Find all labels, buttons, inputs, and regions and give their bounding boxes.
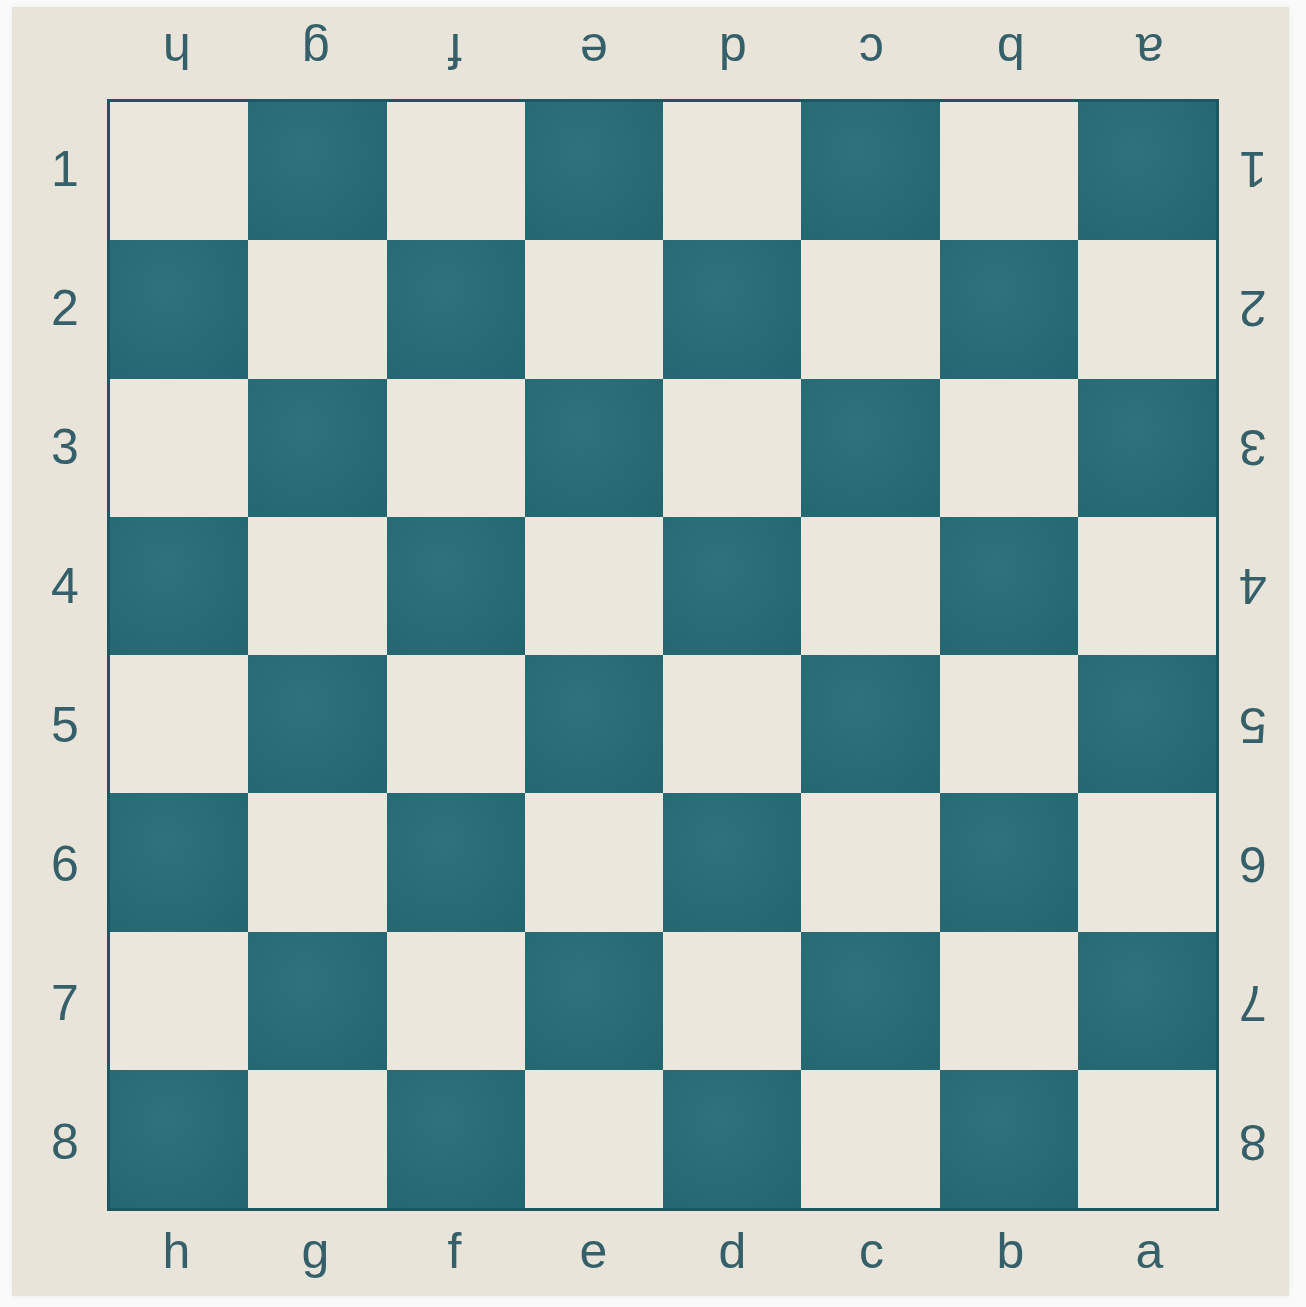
square-f1[interactable] — [387, 102, 525, 240]
file-top-label-g: g — [246, 14, 385, 88]
file-bottom-label-text: h — [163, 1226, 191, 1276]
file-top-label-c: c — [802, 14, 941, 88]
square-h2[interactable] — [110, 240, 248, 378]
rank-left-label-4: 4 — [28, 516, 102, 655]
square-d6[interactable] — [663, 793, 801, 931]
file-bottom-label-text: d — [719, 1226, 747, 1276]
square-e1[interactable] — [525, 102, 663, 240]
file-bottom-label-text: e — [580, 1226, 608, 1276]
square-b6[interactable] — [940, 793, 1078, 931]
file-bottom-label-b: b — [941, 1214, 1080, 1288]
rank-left-label-text: 4 — [51, 561, 79, 611]
file-bottom-label-g: g — [246, 1214, 385, 1288]
file-bottom-label-text: g — [302, 1226, 330, 1276]
square-b7[interactable] — [940, 932, 1078, 1070]
file-labels-bottom: hgfedcba — [107, 1214, 1219, 1288]
square-b8[interactable] — [940, 1070, 1078, 1208]
rank-labels-right: 12345678 — [1216, 99, 1290, 1211]
square-c2[interactable] — [801, 240, 939, 378]
file-bottom-label-h: h — [107, 1214, 246, 1288]
square-h4[interactable] — [110, 517, 248, 655]
square-f4[interactable] — [387, 517, 525, 655]
square-f6[interactable] — [387, 793, 525, 931]
rank-right-label-text: 1 — [1239, 144, 1267, 194]
square-h1[interactable] — [110, 102, 248, 240]
file-top-label-b: b — [941, 14, 1080, 88]
file-bottom-label-c: c — [802, 1214, 941, 1288]
square-b2[interactable] — [940, 240, 1078, 378]
square-e6[interactable] — [525, 793, 663, 931]
square-c7[interactable] — [801, 932, 939, 1070]
rank-right-label-text: 4 — [1239, 561, 1267, 611]
rank-right-label-5: 5 — [1216, 655, 1290, 794]
file-bottom-label-text: f — [448, 1226, 462, 1276]
file-top-label-text: e — [580, 26, 608, 76]
file-top-label-a: a — [1080, 14, 1219, 88]
square-e3[interactable] — [525, 379, 663, 517]
square-f7[interactable] — [387, 932, 525, 1070]
file-top-label-text: b — [997, 26, 1025, 76]
file-top-label-e: e — [524, 14, 663, 88]
square-g2[interactable] — [248, 240, 386, 378]
file-top-label-text: f — [448, 26, 462, 76]
square-b5[interactable] — [940, 655, 1078, 793]
square-d7[interactable] — [663, 932, 801, 1070]
square-c6[interactable] — [801, 793, 939, 931]
square-g8[interactable] — [248, 1070, 386, 1208]
rank-left-label-text: 3 — [51, 422, 79, 472]
file-top-label-text: a — [1136, 26, 1164, 76]
square-d4[interactable] — [663, 517, 801, 655]
square-g3[interactable] — [248, 379, 386, 517]
square-a1[interactable] — [1078, 102, 1216, 240]
rank-right-label-8: 8 — [1216, 1072, 1290, 1211]
square-h6[interactable] — [110, 793, 248, 931]
square-a4[interactable] — [1078, 517, 1216, 655]
square-g5[interactable] — [248, 655, 386, 793]
square-h7[interactable] — [110, 932, 248, 1070]
square-f8[interactable] — [387, 1070, 525, 1208]
square-a8[interactable] — [1078, 1070, 1216, 1208]
file-bottom-label-e: e — [524, 1214, 663, 1288]
square-e7[interactable] — [525, 932, 663, 1070]
rank-right-label-text: 2 — [1239, 283, 1267, 333]
square-a2[interactable] — [1078, 240, 1216, 378]
square-e4[interactable] — [525, 517, 663, 655]
rank-right-label-text: 5 — [1239, 700, 1267, 750]
rank-left-label-text: 6 — [51, 839, 79, 889]
file-bottom-label-text: c — [859, 1226, 884, 1276]
rank-right-label-4: 4 — [1216, 516, 1290, 655]
rank-left-label-5: 5 — [28, 655, 102, 794]
file-bottom-label-f: f — [385, 1214, 524, 1288]
file-top-label-text: h — [163, 26, 191, 76]
square-g6[interactable] — [248, 793, 386, 931]
rank-left-label-6: 6 — [28, 794, 102, 933]
square-a3[interactable] — [1078, 379, 1216, 517]
square-b3[interactable] — [940, 379, 1078, 517]
square-a6[interactable] — [1078, 793, 1216, 931]
square-g4[interactable] — [248, 517, 386, 655]
rank-right-label-1: 1 — [1216, 99, 1290, 238]
chess-board — [107, 99, 1219, 1211]
file-top-label-d: d — [663, 14, 802, 88]
square-d3[interactable] — [663, 379, 801, 517]
rank-right-label-2: 2 — [1216, 238, 1290, 377]
file-top-label-text: c — [859, 26, 884, 76]
square-e5[interactable] — [525, 655, 663, 793]
file-labels-top: hgfedcba — [107, 14, 1219, 88]
square-d2[interactable] — [663, 240, 801, 378]
rank-right-label-text: 7 — [1239, 978, 1267, 1028]
square-f3[interactable] — [387, 379, 525, 517]
rank-right-label-text: 3 — [1239, 422, 1267, 472]
rank-left-label-7: 7 — [28, 933, 102, 1072]
file-top-label-text: g — [302, 26, 330, 76]
square-b4[interactable] — [940, 517, 1078, 655]
square-a7[interactable] — [1078, 932, 1216, 1070]
square-e8[interactable] — [525, 1070, 663, 1208]
square-g7[interactable] — [248, 932, 386, 1070]
square-f5[interactable] — [387, 655, 525, 793]
square-c8[interactable] — [801, 1070, 939, 1208]
photo-background: hgfedcba 12345678 12345678 hgfedcba — [0, 0, 1306, 1307]
rank-left-label-text: 2 — [51, 283, 79, 333]
square-h8[interactable] — [110, 1070, 248, 1208]
file-bottom-label-a: a — [1080, 1214, 1219, 1288]
rank-left-label-text: 8 — [51, 1117, 79, 1167]
square-c1[interactable] — [801, 102, 939, 240]
file-top-label-text: d — [719, 26, 747, 76]
square-h5[interactable] — [110, 655, 248, 793]
square-c3[interactable] — [801, 379, 939, 517]
rank-left-label-2: 2 — [28, 238, 102, 377]
square-d8[interactable] — [663, 1070, 801, 1208]
rank-right-label-text: 6 — [1239, 839, 1267, 889]
square-g1[interactable] — [248, 102, 386, 240]
rank-right-label-3: 3 — [1216, 377, 1290, 516]
square-c4[interactable] — [801, 517, 939, 655]
rank-left-label-8: 8 — [28, 1072, 102, 1211]
rank-labels-left: 12345678 — [28, 99, 102, 1211]
file-top-label-f: f — [385, 14, 524, 88]
square-e2[interactable] — [525, 240, 663, 378]
square-c5[interactable] — [801, 655, 939, 793]
rank-left-label-text: 7 — [51, 978, 79, 1028]
rank-left-label-1: 1 — [28, 99, 102, 238]
rank-right-label-7: 7 — [1216, 933, 1290, 1072]
square-d1[interactable] — [663, 102, 801, 240]
square-h3[interactable] — [110, 379, 248, 517]
square-d5[interactable] — [663, 655, 801, 793]
square-a5[interactable] — [1078, 655, 1216, 793]
rank-left-label-text: 5 — [51, 700, 79, 750]
square-f2[interactable] — [387, 240, 525, 378]
rank-left-label-text: 1 — [51, 144, 79, 194]
rank-right-label-6: 6 — [1216, 794, 1290, 933]
file-bottom-label-text: a — [1136, 1226, 1164, 1276]
rank-right-label-text: 8 — [1239, 1117, 1267, 1167]
square-b1[interactable] — [940, 102, 1078, 240]
file-top-label-h: h — [107, 14, 246, 88]
file-bottom-label-d: d — [663, 1214, 802, 1288]
rank-left-label-3: 3 — [28, 377, 102, 516]
file-bottom-label-text: b — [997, 1226, 1025, 1276]
